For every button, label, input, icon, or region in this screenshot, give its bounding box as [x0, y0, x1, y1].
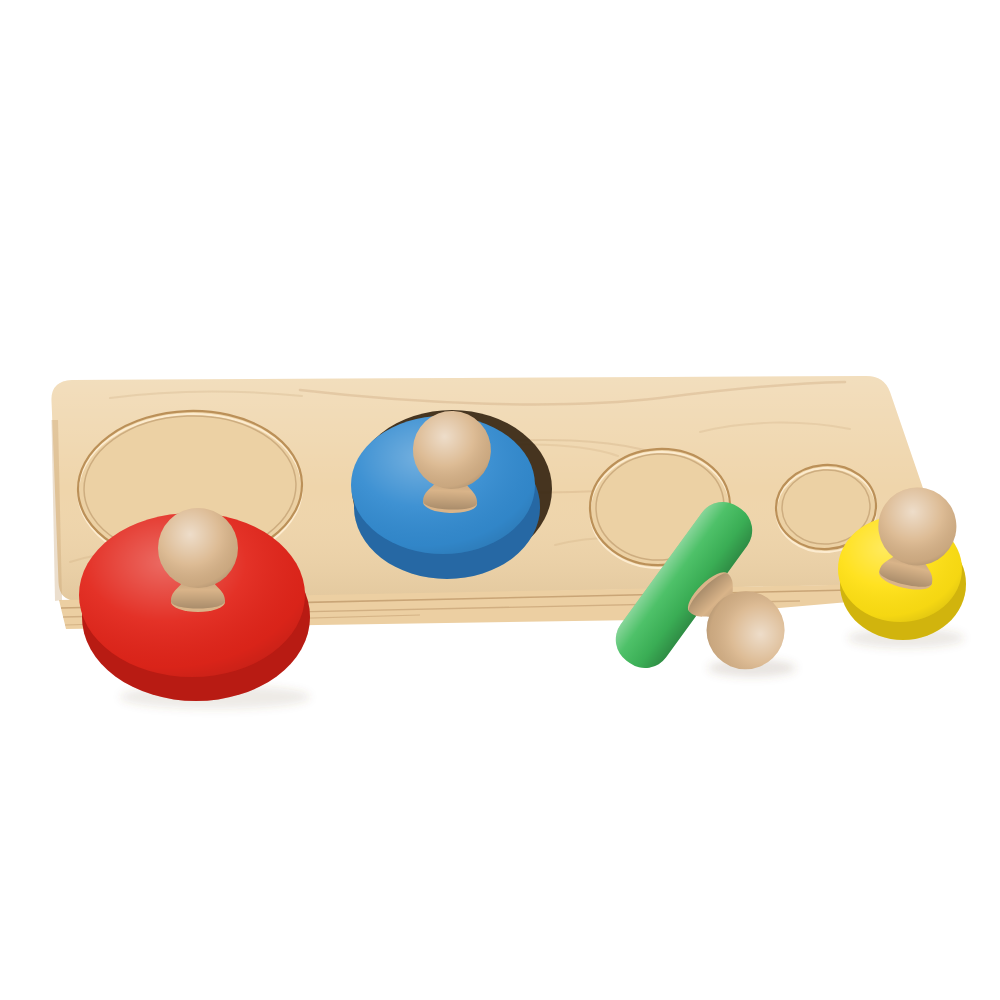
puzzle-scene — [0, 0, 1000, 1000]
product-photo — [0, 0, 1000, 1000]
